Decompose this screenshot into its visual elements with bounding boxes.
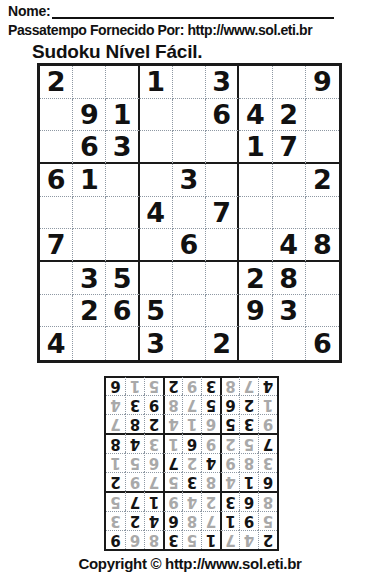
cell-r8c5[interactable] — [173, 295, 206, 328]
solution-cell-r5c2: 8 — [239, 453, 258, 472]
solution-cell-r3c7: 1 — [144, 491, 163, 511]
copyright-text: Copyright © http://www.sol.eti.br — [0, 555, 380, 572]
cell-r7c5[interactable] — [173, 262, 206, 295]
cell-r9c4: 3 — [140, 327, 173, 360]
cell-r9c2[interactable] — [73, 327, 106, 360]
solution-cell-r9c4: 3 — [201, 377, 220, 395]
cell-r4c5: 3 — [173, 164, 206, 197]
cell-r9c7[interactable] — [239, 327, 272, 360]
solution-cell-r8c3: 6 — [220, 395, 239, 414]
cell-r8c8: 3 — [273, 295, 306, 328]
sudoku-board: 213991642631761324776483528265934326 — [37, 63, 342, 363]
cell-r8c4: 5 — [140, 295, 173, 328]
cell-r5c5[interactable] — [173, 197, 206, 230]
cell-r4c4[interactable] — [140, 164, 173, 197]
cell-r5c4: 4 — [140, 197, 173, 230]
solution-cell-r5c1: 3 — [258, 453, 277, 472]
cell-r6c7[interactable] — [239, 229, 272, 262]
cell-r2c1[interactable] — [40, 99, 73, 132]
cell-r6c8: 4 — [273, 229, 306, 262]
solution-cell-r8c8: 3 — [125, 395, 144, 414]
cell-r5c1[interactable] — [40, 197, 73, 230]
cell-r7c8: 8 — [273, 262, 306, 295]
cell-r1c8[interactable] — [273, 66, 306, 99]
cell-r5c8[interactable] — [273, 197, 306, 230]
name-row: Nome: — [8, 3, 334, 19]
solution-cell-r5c4: 4 — [201, 453, 220, 472]
solution-cell-r4c3: 4 — [220, 472, 239, 491]
solution-cell-r4c7: 7 — [144, 472, 163, 491]
cell-r7c6[interactable] — [206, 262, 239, 295]
solution-cell-r4c4: 8 — [201, 472, 220, 491]
solution-cell-r7c5: 1 — [182, 414, 201, 433]
cell-r8c3: 6 — [106, 295, 139, 328]
solution-cell-r2c6: 6 — [163, 511, 182, 530]
sudoku-worksheet: Nome: Passatempo Fornecido Por: http://w… — [0, 0, 380, 585]
cell-r4c7[interactable] — [239, 164, 272, 197]
solution-cell-r1c1: 2 — [258, 530, 277, 549]
name-blank-line[interactable] — [52, 3, 334, 19]
cell-r4c8[interactable] — [273, 164, 306, 197]
provided-by-text: Passatempo Fornecido Por: http://www.sol… — [8, 22, 378, 38]
cell-r8c9[interactable] — [306, 295, 339, 328]
solution-cell-r5c9: 1 — [106, 453, 125, 472]
cell-r3c9[interactable] — [306, 131, 339, 164]
solution-cell-r2c8: 2 — [125, 511, 144, 530]
cell-r2c5[interactable] — [173, 99, 206, 132]
cell-r1c2[interactable] — [73, 66, 106, 99]
solution-cell-r3c3: 3 — [220, 491, 239, 511]
solution-cell-r1c5: 5 — [182, 530, 201, 549]
solution-cell-r4c5: 3 — [182, 472, 201, 491]
solution-cell-r8c5: 7 — [182, 395, 201, 414]
solution-cell-r9c7: 5 — [144, 377, 163, 395]
solution-cell-r2c3: 1 — [220, 511, 239, 530]
solution-cell-r7c3: 5 — [220, 414, 239, 433]
solution-cell-r6c9: 8 — [106, 433, 125, 453]
solution-cell-r7c6: 4 — [163, 414, 182, 433]
solution-cell-r4c1: 6 — [258, 472, 277, 491]
cell-r6c4[interactable] — [140, 229, 173, 262]
solution-cell-r6c6: 1 — [163, 433, 182, 453]
cell-r3c3: 3 — [106, 131, 139, 164]
solution-cell-r7c9: 7 — [106, 414, 125, 433]
solution-cell-r2c7: 4 — [144, 511, 163, 530]
solution-cell-r1c2: 4 — [239, 530, 258, 549]
solution-cell-r4c8: 9 — [125, 472, 144, 491]
cell-r6c6[interactable] — [206, 229, 239, 262]
cell-r5c3[interactable] — [106, 197, 139, 230]
solution-cell-r2c1: 5 — [258, 511, 277, 530]
cell-r7c3: 5 — [106, 262, 139, 295]
solution-cell-r8c2: 2 — [239, 395, 258, 414]
cell-r3c2: 6 — [73, 131, 106, 164]
cell-r8c2: 2 — [73, 295, 106, 328]
cell-r3c6[interactable] — [206, 131, 239, 164]
cell-r1c5[interactable] — [173, 66, 206, 99]
solution-cell-r5c3: 9 — [220, 453, 239, 472]
cell-r7c9[interactable] — [306, 262, 339, 295]
cell-r8c6[interactable] — [206, 295, 239, 328]
solution-cell-r4c6: 5 — [163, 472, 182, 491]
solution-cell-r6c8: 4 — [125, 433, 144, 453]
cell-r5c7[interactable] — [239, 197, 272, 230]
solution-cell-r7c7: 2 — [144, 414, 163, 433]
solution-cell-r8c9: 4 — [106, 395, 125, 414]
solution-cell-r5c5: 2 — [182, 453, 201, 472]
cell-r4c2: 1 — [73, 164, 106, 197]
solution-cell-r5c6: 7 — [163, 453, 182, 472]
cell-r6c1: 7 — [40, 229, 73, 262]
cell-r4c3[interactable] — [106, 164, 139, 197]
cell-r5c9[interactable] — [306, 197, 339, 230]
solution-cell-r6c3: 2 — [220, 433, 239, 453]
solution-cell-r5c7: 6 — [144, 453, 163, 472]
solution-board-rotated: 2471538695917864238632491756148357923894… — [104, 376, 279, 551]
cell-r9c9: 6 — [306, 327, 339, 360]
solution-cell-r9c2: 7 — [239, 377, 258, 395]
cell-r1c4: 1 — [140, 66, 173, 99]
solution-cell-r4c9: 2 — [106, 472, 125, 491]
cell-r7c1[interactable] — [40, 262, 73, 295]
solution-cell-r3c4: 2 — [201, 491, 220, 511]
cell-r9c6: 2 — [206, 327, 239, 360]
cell-r2c8: 2 — [273, 99, 306, 132]
solution-cell-r2c2: 9 — [239, 511, 258, 530]
solution-cell-r8c7: 9 — [144, 395, 163, 414]
cell-r3c7: 1 — [239, 131, 272, 164]
solution-cell-r4c2: 1 — [239, 472, 258, 491]
solution-cell-r6c4: 9 — [201, 433, 220, 453]
solution-cell-r3c9: 5 — [106, 491, 125, 511]
solution-cell-r9c8: 1 — [125, 377, 144, 395]
cell-r5c6: 7 — [206, 197, 239, 230]
solution-cell-r2c4: 7 — [201, 511, 220, 530]
cell-r1c9: 9 — [306, 66, 339, 99]
cell-r1c1: 2 — [40, 66, 73, 99]
cell-r5c2[interactable] — [73, 197, 106, 230]
solution-cell-r8c1: 1 — [258, 395, 277, 414]
solution-cell-r8c6: 8 — [163, 395, 182, 414]
cell-r6c5: 6 — [173, 229, 206, 262]
solution-cell-r9c5: 9 — [182, 377, 201, 395]
solution-cell-r1c9: 9 — [106, 530, 125, 549]
cell-r2c3: 1 — [106, 99, 139, 132]
cell-r9c1: 4 — [40, 327, 73, 360]
cell-r3c4[interactable] — [140, 131, 173, 164]
solution-cell-r1c3: 7 — [220, 530, 239, 549]
cell-r2c2: 9 — [73, 99, 106, 132]
solution-cell-r2c5: 8 — [182, 511, 201, 530]
solution-cell-r6c1: 7 — [258, 433, 277, 453]
cell-r4c1: 6 — [40, 164, 73, 197]
solution-cell-r1c7: 8 — [144, 530, 163, 549]
solution-cell-r9c9: 6 — [106, 377, 125, 395]
solution-cell-r6c5: 6 — [182, 433, 201, 453]
cell-r9c3[interactable] — [106, 327, 139, 360]
cell-r7c4[interactable] — [140, 262, 173, 295]
solution-cell-r7c1: 9 — [258, 414, 277, 433]
page-title: Sudoku Nível Fácil. — [32, 41, 202, 63]
cell-r6c3[interactable] — [106, 229, 139, 262]
solution-cell-r9c3: 8 — [220, 377, 239, 395]
solution-cell-r3c1: 8 — [258, 491, 277, 511]
solution-cell-r7c8: 8 — [125, 414, 144, 433]
solution-cell-r3c6: 9 — [163, 491, 182, 511]
solution-cell-r1c8: 6 — [125, 530, 144, 549]
cell-r2c4[interactable] — [140, 99, 173, 132]
solution-cell-r6c7: 3 — [144, 433, 163, 453]
cell-r9c5[interactable] — [173, 327, 206, 360]
solution-cell-r3c5: 4 — [182, 491, 201, 511]
cell-r9c8[interactable] — [273, 327, 306, 360]
cell-r4c6[interactable] — [206, 164, 239, 197]
cell-r2c9[interactable] — [306, 99, 339, 132]
cell-r3c8: 7 — [273, 131, 306, 164]
cell-r6c2[interactable] — [73, 229, 106, 262]
cell-r3c5[interactable] — [173, 131, 206, 164]
solution-cell-r9c1: 4 — [258, 377, 277, 395]
solution-cell-r6c2: 5 — [239, 433, 258, 453]
solution-cell-r7c2: 3 — [239, 414, 258, 433]
cell-r3c1[interactable] — [40, 131, 73, 164]
solution-cell-r9c6: 2 — [163, 377, 182, 395]
cell-r1c7[interactable] — [239, 66, 272, 99]
cell-r4c9: 2 — [306, 164, 339, 197]
name-label: Nome: — [8, 3, 51, 19]
solution-cell-r7c4: 6 — [201, 414, 220, 433]
cell-r1c3[interactable] — [106, 66, 139, 99]
solution-cell-r5c8: 5 — [125, 453, 144, 472]
cell-r6c9: 8 — [306, 229, 339, 262]
solution-cell-r1c4: 1 — [201, 530, 220, 549]
cell-r2c7: 4 — [239, 99, 272, 132]
cell-r8c1[interactable] — [40, 295, 73, 328]
cell-r7c7: 2 — [239, 262, 272, 295]
solution-cell-r1c6: 3 — [163, 530, 182, 549]
solution-cell-r3c8: 7 — [125, 491, 144, 511]
solution-cell-r2c9: 3 — [106, 511, 125, 530]
cell-r7c2: 3 — [73, 262, 106, 295]
cell-r1c6: 3 — [206, 66, 239, 99]
cell-r8c7: 9 — [239, 295, 272, 328]
solution-cell-r3c2: 6 — [239, 491, 258, 511]
solution-cell-r8c4: 5 — [201, 395, 220, 414]
cell-r2c6: 6 — [206, 99, 239, 132]
